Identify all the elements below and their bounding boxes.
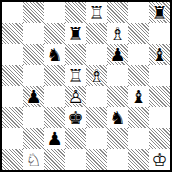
white-knight: ♘ [23,149,44,170]
black-pawn: ♟ [23,86,44,107]
black-pawn-backing: ♟ [23,86,44,107]
square-h5[interactable] [149,65,170,86]
square-g2[interactable] [128,128,149,149]
square-d1[interactable] [65,149,86,170]
black-bishop: ♝ [149,44,170,65]
square-e6[interactable] [86,44,107,65]
square-a4[interactable] [2,86,23,107]
square-e3[interactable] [86,107,107,128]
black-knight: ♞ [44,44,65,65]
square-c5[interactable] [44,65,65,86]
square-c7[interactable] [44,23,65,44]
white-king: ♔ [149,149,170,170]
square-b1[interactable]: ♞♘ [23,149,44,170]
square-b6[interactable] [23,44,44,65]
square-d3[interactable]: ♚♚ [65,107,86,128]
black-bishop-backing: ♝ [128,86,149,107]
square-e7[interactable] [86,23,107,44]
square-g5[interactable] [128,65,149,86]
square-b7[interactable] [23,23,44,44]
square-f2[interactable] [107,128,128,149]
black-pawn: ♟ [44,128,65,149]
white-bishop: ♗ [86,65,107,86]
square-a3[interactable] [2,107,23,128]
square-f1[interactable] [107,149,128,170]
black-pawn-backing: ♟ [107,44,128,65]
square-b4[interactable]: ♟♟ [23,86,44,107]
square-f4[interactable] [107,86,128,107]
square-d4[interactable]: ♟♙ [65,86,86,107]
square-a7[interactable] [2,23,23,44]
black-knight: ♞ [107,107,128,128]
square-d2[interactable] [65,128,86,149]
white-rook: ♖ [65,65,86,86]
white-pawn: ♙ [65,86,86,107]
square-h3[interactable] [149,107,170,128]
white-pawn-backing: ♟ [65,86,86,107]
square-c3[interactable] [44,107,65,128]
square-c2[interactable]: ♟♟ [44,128,65,149]
white-king-backing: ♚ [149,149,170,170]
square-h1[interactable]: ♚♔ [149,149,170,170]
square-e2[interactable] [86,128,107,149]
square-g1[interactable] [128,149,149,170]
square-h4[interactable] [149,86,170,107]
square-h7[interactable] [149,23,170,44]
square-d7[interactable]: ♜♜ [65,23,86,44]
square-f8[interactable] [107,2,128,23]
square-e4[interactable] [86,86,107,107]
square-f7[interactable]: ♝♗ [107,23,128,44]
black-king: ♚ [65,107,86,128]
square-d5[interactable]: ♜♖ [65,65,86,86]
black-knight-backing: ♞ [107,107,128,128]
black-king-backing: ♚ [65,107,86,128]
white-rook-backing: ♜ [86,2,107,23]
square-h6[interactable]: ♝♝ [149,44,170,65]
square-e5[interactable]: ♝♗ [86,65,107,86]
white-knight-backing: ♞ [23,149,44,170]
square-h2[interactable] [149,128,170,149]
square-b3[interactable] [23,107,44,128]
square-c4[interactable] [44,86,65,107]
black-knight-backing: ♞ [44,44,65,65]
square-c8[interactable] [44,2,65,23]
square-g6[interactable] [128,44,149,65]
white-bishop-backing: ♝ [107,23,128,44]
square-d6[interactable] [65,44,86,65]
black-rook: ♜ [65,23,86,44]
black-bishop-backing: ♝ [149,44,170,65]
square-h8[interactable]: ♜♜ [149,2,170,23]
square-e1[interactable] [86,149,107,170]
square-g8[interactable] [128,2,149,23]
square-a8[interactable] [2,2,23,23]
chess-board: ♜♖♜♜♜♜♝♗♞♞♟♟♝♝♜♖♝♗♟♟♟♙♝♝♚♚♞♞♟♟♞♘♚♔ [0,0,172,172]
black-bishop: ♝ [128,86,149,107]
black-rook-backing: ♜ [65,23,86,44]
black-pawn-backing: ♟ [44,128,65,149]
square-e8[interactable]: ♜♖ [86,2,107,23]
square-b8[interactable] [23,2,44,23]
white-bishop: ♗ [107,23,128,44]
white-rook: ♖ [86,2,107,23]
square-c1[interactable] [44,149,65,170]
square-g7[interactable] [128,23,149,44]
square-g4[interactable]: ♝♝ [128,86,149,107]
square-f6[interactable]: ♟♟ [107,44,128,65]
square-a1[interactable] [2,149,23,170]
square-a5[interactable] [2,65,23,86]
square-a2[interactable] [2,128,23,149]
square-g3[interactable] [128,107,149,128]
square-f3[interactable]: ♞♞ [107,107,128,128]
square-a6[interactable] [2,44,23,65]
square-b5[interactable] [23,65,44,86]
black-rook: ♜ [149,2,170,23]
black-rook-backing: ♜ [149,2,170,23]
black-pawn: ♟ [107,44,128,65]
square-d8[interactable] [65,2,86,23]
square-b2[interactable] [23,128,44,149]
white-rook-backing: ♜ [65,65,86,86]
square-f5[interactable] [107,65,128,86]
square-c6[interactable]: ♞♞ [44,44,65,65]
white-bishop-backing: ♝ [86,65,107,86]
